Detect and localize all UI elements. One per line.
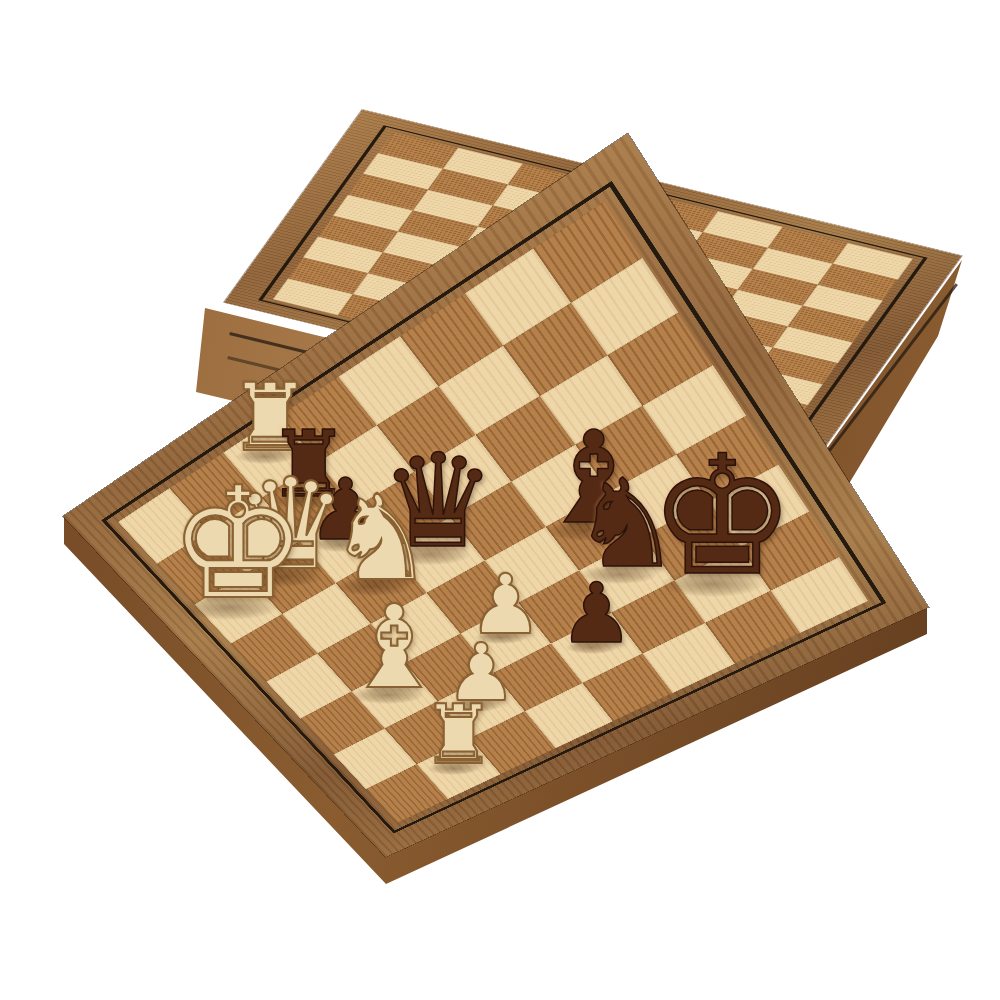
piece-white-rook-h2[interactable]: ♜ xyxy=(417,694,499,776)
piece-black-pawn-g5[interactable]: ♟ xyxy=(555,572,638,655)
piece-white-knight-d3[interactable]: ♞ xyxy=(322,479,440,597)
product-photo-scene: ♜♜♟♛♞♝♞♚♟♟♛♚♝♟♜ xyxy=(0,0,1000,1000)
piece-white-king-c1[interactable]: ♚ xyxy=(161,467,315,621)
piece-black-king-g7[interactable]: ♚ xyxy=(640,434,805,599)
